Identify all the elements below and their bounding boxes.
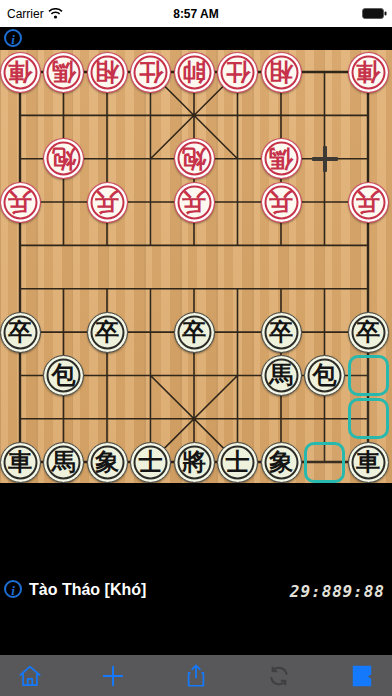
piece-red-cannon[interactable]: 炮 bbox=[43, 138, 84, 179]
piece-red-elephant[interactable]: 相 bbox=[261, 52, 302, 93]
piece-black-advisor[interactable]: 士 bbox=[130, 442, 171, 483]
refresh-button[interactable] bbox=[263, 660, 295, 692]
piece-red-advisor[interactable]: 仕 bbox=[130, 52, 171, 93]
piece-red-horse[interactable]: 傌 bbox=[43, 52, 84, 93]
bookmark-button[interactable] bbox=[346, 660, 378, 692]
add-button[interactable] bbox=[97, 660, 129, 692]
piece-black-chariot[interactable]: 車 bbox=[348, 442, 389, 483]
share-icon bbox=[183, 663, 209, 689]
game-info-row: i Tào Tháo [Khó] 29:88 9:88 bbox=[0, 578, 392, 604]
share-button[interactable] bbox=[180, 660, 212, 692]
piece-red-soldier[interactable]: 兵 bbox=[261, 182, 302, 223]
piece-black-soldier[interactable]: 卒 bbox=[87, 312, 128, 353]
status-bar: Carrier 8:57 AM bbox=[0, 0, 392, 27]
move-hint[interactable] bbox=[348, 398, 389, 439]
piece-red-soldier[interactable]: 兵 bbox=[0, 182, 41, 223]
opponent-info-icon[interactable]: i bbox=[4, 580, 22, 598]
piece-red-cannon[interactable]: 炮 bbox=[174, 138, 215, 179]
piece-black-chariot[interactable]: 車 bbox=[0, 442, 41, 483]
piece-black-elephant[interactable]: 象 bbox=[87, 442, 128, 483]
board-grid bbox=[0, 50, 392, 483]
piece-red-general[interactable]: 帥 bbox=[174, 52, 215, 93]
last-move-crosshair bbox=[312, 146, 338, 172]
xiangqi-board[interactable]: 俥傌相仕帥仕相俥炮炮傌兵兵兵兵兵卒卒卒卒卒包馬包車馬象士將士象車 bbox=[0, 50, 392, 483]
piece-red-chariot[interactable]: 俥 bbox=[0, 52, 41, 93]
piece-red-soldier[interactable]: 兵 bbox=[348, 182, 389, 223]
piece-black-horse[interactable]: 馬 bbox=[261, 355, 302, 396]
piece-black-cannon[interactable]: 包 bbox=[304, 355, 345, 396]
home-button[interactable] bbox=[14, 660, 46, 692]
move-hint[interactable] bbox=[348, 355, 389, 396]
piece-black-soldier[interactable]: 卒 bbox=[261, 312, 302, 353]
piece-black-cannon[interactable]: 包 bbox=[43, 355, 84, 396]
info-icon[interactable]: i bbox=[4, 29, 22, 47]
piece-black-general[interactable]: 將 bbox=[174, 442, 215, 483]
piece-black-soldier[interactable]: 卒 bbox=[0, 312, 41, 353]
piece-red-horse[interactable]: 傌 bbox=[261, 138, 302, 179]
opponent-name: Tào Tháo [Khó] bbox=[29, 581, 146, 599]
red-clock: 29:88 bbox=[290, 582, 343, 601]
plus-icon bbox=[100, 663, 126, 689]
status-time: 8:57 AM bbox=[0, 7, 392, 21]
app-screen: Carrier 8:57 AM i 俥傌相仕帥仕相俥炮炮傌兵兵兵兵兵卒卒卒卒卒包… bbox=[0, 0, 392, 696]
move-hint[interactable] bbox=[304, 442, 345, 483]
bottom-toolbar bbox=[0, 655, 392, 696]
piece-black-soldier[interactable]: 卒 bbox=[174, 312, 215, 353]
piece-black-advisor[interactable]: 士 bbox=[217, 442, 258, 483]
piece-red-soldier[interactable]: 兵 bbox=[174, 182, 215, 223]
piece-red-elephant[interactable]: 相 bbox=[87, 52, 128, 93]
piece-red-chariot[interactable]: 俥 bbox=[348, 52, 389, 93]
piece-black-elephant[interactable]: 象 bbox=[261, 442, 302, 483]
refresh-icon bbox=[266, 663, 292, 689]
piece-black-soldier[interactable]: 卒 bbox=[348, 312, 389, 353]
piece-red-soldier[interactable]: 兵 bbox=[87, 182, 128, 223]
piece-black-horse[interactable]: 馬 bbox=[43, 442, 84, 483]
bookmark-icon bbox=[349, 663, 375, 689]
piece-red-advisor[interactable]: 仕 bbox=[217, 52, 258, 93]
top-strip: i bbox=[0, 27, 392, 50]
black-clock: 9:88 bbox=[342, 582, 385, 601]
home-icon bbox=[17, 663, 43, 689]
battery-icon bbox=[362, 8, 387, 19]
